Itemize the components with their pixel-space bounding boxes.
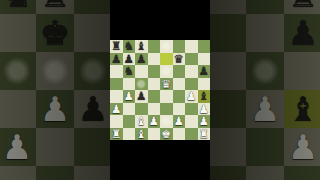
square-b4[interactable]: ♟	[123, 90, 136, 103]
ghost-blob-c5	[136, 79, 146, 89]
square-h2[interactable]: ♟	[198, 115, 211, 128]
bg-square	[74, 128, 110, 166]
square-b1[interactable]	[123, 128, 136, 141]
square-f5[interactable]	[173, 78, 186, 91]
square-e4[interactable]	[160, 90, 173, 103]
square-d2[interactable]: ♟	[148, 115, 161, 128]
bg-square	[36, 52, 74, 90]
background-board-right: ♜♟♟♝♟	[210, 0, 320, 180]
center-column: ♜♞♝♟♟♟♛♞♟♛♟♟♟♝♟♟♝♟♟♟♜♝♚♜	[110, 0, 210, 180]
bg-square	[210, 0, 246, 14]
white-rook[interactable]: ♜	[198, 128, 211, 141]
bg-square	[246, 14, 284, 52]
video-frame: ♞♜♚♟♟♟ ♜♟♟♝♟ ♜♞♝♟♟♟♛♞♟♛♟♟♟♝♟♟♝♟♟♟♜♝♚♜	[0, 0, 320, 180]
square-e5[interactable]: ♛	[160, 78, 173, 91]
square-h6[interactable]: ♟	[198, 65, 211, 78]
bg-square	[210, 90, 246, 128]
square-c6[interactable]	[135, 65, 148, 78]
bg-square	[74, 14, 110, 52]
background-board-left: ♞♜♚♟♟♟	[0, 0, 110, 180]
white-pawn[interactable]: ♟	[198, 115, 211, 128]
square-b2[interactable]	[123, 115, 136, 128]
square-f8[interactable]	[173, 40, 186, 53]
bg-square	[36, 166, 74, 180]
square-a2[interactable]	[110, 115, 123, 128]
square-h4[interactable]: ♝	[198, 90, 211, 103]
white-king[interactable]: ♚	[160, 128, 173, 141]
bg-square: ♟	[36, 90, 74, 128]
bg-square	[0, 90, 36, 128]
white-pawn[interactable]: ♟	[148, 115, 161, 128]
square-a4[interactable]	[110, 90, 123, 103]
square-g1[interactable]	[185, 128, 198, 141]
square-a5[interactable]	[110, 78, 123, 91]
bg-square: ♞	[0, 0, 36, 14]
bg-square: ♟	[74, 90, 110, 128]
square-g6[interactable]	[185, 65, 198, 78]
bg-black-rook: ♜	[36, 0, 74, 14]
black-bishop[interactable]: ♝	[135, 40, 148, 53]
letterbox-top	[110, 0, 210, 40]
bg-square	[210, 52, 246, 90]
bg-ghost-blob	[41, 57, 69, 85]
square-e7[interactable]	[160, 53, 173, 66]
white-pawn[interactable]: ♟	[185, 90, 198, 103]
square-b6[interactable]: ♞	[123, 65, 136, 78]
square-d6[interactable]	[148, 65, 161, 78]
bg-square	[284, 52, 320, 90]
square-a8[interactable]: ♜	[110, 40, 123, 53]
square-g8[interactable]	[185, 40, 198, 53]
square-c8[interactable]: ♝	[135, 40, 148, 53]
white-queen[interactable]: ♛	[160, 78, 173, 91]
square-g7[interactable]	[185, 53, 198, 66]
bg-black-knight: ♞	[0, 0, 36, 14]
chess-board[interactable]: ♜♞♝♟♟♟♛♞♟♛♟♟♟♝♟♟♝♟♟♟♜♝♚♜	[110, 40, 210, 140]
ghost-blob-e2	[161, 116, 171, 126]
bg-square	[246, 128, 284, 166]
square-d8[interactable]	[148, 40, 161, 53]
bg-square	[74, 52, 110, 90]
bg-square	[210, 166, 246, 180]
bg-square	[74, 0, 110, 14]
square-a1[interactable]: ♜	[110, 128, 123, 141]
bg-black-king: ♚	[36, 14, 74, 52]
square-g3[interactable]	[185, 103, 198, 116]
bg-white-pawn: ♟	[36, 90, 74, 128]
bg-square	[210, 14, 246, 52]
bg-square	[246, 0, 284, 14]
square-g4[interactable]: ♟	[185, 90, 198, 103]
square-f6[interactable]	[173, 65, 186, 78]
square-c2[interactable]: ♝	[135, 115, 148, 128]
bg-square	[246, 166, 284, 180]
square-f7[interactable]: ♛	[173, 53, 186, 66]
square-c1[interactable]: ♝	[135, 128, 148, 141]
ghost-blob-e8	[161, 41, 171, 51]
square-f2[interactable]: ♟	[173, 115, 186, 128]
bg-square	[284, 166, 320, 180]
ghost-blob-e6	[161, 66, 171, 76]
bg-square: ♝	[284, 90, 320, 128]
square-e2[interactable]	[160, 115, 173, 128]
square-a7[interactable]: ♟	[110, 53, 123, 66]
square-d1[interactable]	[148, 128, 161, 141]
bg-square: ♚	[36, 14, 74, 52]
square-g2[interactable]	[185, 115, 198, 128]
black-queen[interactable]: ♛	[173, 53, 186, 66]
bg-square: ♟	[0, 128, 36, 166]
white-bishop[interactable]: ♝	[135, 128, 148, 141]
background-blur-left: ♞♜♚♟♟♟	[0, 0, 110, 180]
square-b8[interactable]: ♞	[123, 40, 136, 53]
square-e3[interactable]	[160, 103, 173, 116]
square-b3[interactable]	[123, 103, 136, 116]
bg-square	[74, 166, 110, 180]
square-c4[interactable]: ♟	[135, 90, 148, 103]
square-a6[interactable]	[110, 65, 123, 78]
square-d5[interactable]	[148, 78, 161, 91]
black-pawn[interactable]: ♟	[110, 53, 123, 66]
bg-white-pawn: ♟	[246, 90, 284, 128]
bg-square	[0, 52, 36, 90]
bg-square: ♜	[36, 0, 74, 14]
square-d4[interactable]	[148, 90, 161, 103]
white-pawn[interactable]: ♟	[110, 103, 123, 116]
bg-square	[36, 128, 74, 166]
square-f1[interactable]	[173, 128, 186, 141]
bg-square	[210, 128, 246, 166]
bg-square: ♟	[246, 90, 284, 128]
black-knight[interactable]: ♞	[123, 40, 136, 53]
bg-black-pawn: ♟	[284, 14, 320, 52]
bg-black-bishop: ♝	[284, 90, 320, 128]
bg-white-pawn: ♟	[0, 128, 36, 166]
bg-black-pawn: ♟	[74, 90, 110, 128]
square-e8[interactable]	[160, 40, 173, 53]
bg-square: ♜	[284, 0, 320, 14]
square-d7[interactable]	[148, 53, 161, 66]
white-pawn[interactable]: ♟	[173, 115, 186, 128]
bg-white-pawn: ♟	[284, 128, 320, 166]
square-h1[interactable]: ♜	[198, 128, 211, 141]
black-bishop[interactable]: ♝	[198, 90, 211, 103]
square-e6[interactable]	[160, 65, 173, 78]
letterbox-bottom	[110, 140, 210, 180]
bg-square: ♟	[284, 14, 320, 52]
square-f4[interactable]	[173, 90, 186, 103]
square-e1[interactable]: ♚	[160, 128, 173, 141]
bg-square: ♟	[284, 128, 320, 166]
bg-ghost-blob	[251, 57, 279, 85]
white-rook[interactable]: ♜	[110, 128, 123, 141]
white-pawn[interactable]: ♟	[123, 90, 136, 103]
black-knight[interactable]: ♞	[123, 65, 136, 78]
square-a3[interactable]: ♟	[110, 103, 123, 116]
square-c7[interactable]: ♟	[135, 53, 148, 66]
bg-square	[0, 166, 36, 180]
bg-black-rook: ♜	[284, 0, 320, 14]
background-blur-right: ♜♟♟♝♟	[210, 0, 320, 180]
black-rook[interactable]: ♜	[110, 40, 123, 53]
square-h8[interactable]	[198, 40, 211, 53]
black-pawn[interactable]: ♟	[198, 65, 211, 78]
bg-ghost-blob	[79, 57, 107, 85]
white-bishop[interactable]: ♝	[135, 115, 148, 128]
bg-square	[246, 52, 284, 90]
black-pawn[interactable]: ♟	[135, 53, 148, 66]
bg-ghost-blob	[3, 57, 31, 85]
bg-square	[0, 14, 36, 52]
black-pawn[interactable]: ♟	[135, 90, 148, 103]
